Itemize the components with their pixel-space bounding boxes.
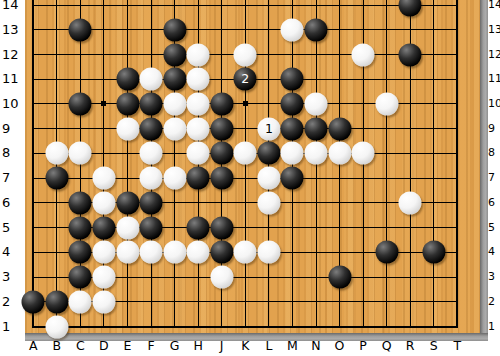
white-stone [163,92,186,115]
column-letter: H [190,338,206,353]
row-number: 10 [2,96,23,111]
black-stone [45,167,68,190]
row-number: 6 [488,196,500,209]
black-stone [210,142,233,165]
black-stone [69,266,92,289]
grid-line-vertical [433,0,434,328]
white-stone [234,142,257,165]
black-stone [422,241,445,264]
white-stone-move-label: 1 [257,117,280,140]
column-letter: O [332,338,348,353]
white-stone [69,290,92,313]
black-stone [140,216,163,239]
black-stone [281,92,304,115]
white-stone [163,117,186,140]
column-letter: Q [379,338,395,353]
white-stone [45,315,68,338]
row-number: 14 [2,0,23,12]
column-letter: C [72,338,88,353]
black-stone [92,216,115,239]
black-stone [210,167,233,190]
white-stone [305,92,328,115]
black-stone [116,68,139,91]
white-stone [328,142,351,165]
grid-line-horizontal [32,128,458,129]
black-stone [187,167,210,190]
white-stone [187,241,210,264]
column-letter: L [261,338,277,353]
white-stone [92,191,115,214]
row-number: 13 [2,22,23,37]
black-stone [163,43,186,66]
row-number: 6 [2,195,23,210]
row-number: 14 [488,0,500,11]
row-number: 5 [2,220,23,235]
black-stone [140,92,163,115]
column-letter: A [25,338,41,353]
white-stone [140,142,163,165]
black-stone [22,290,45,313]
black-stone [116,191,139,214]
black-stone [69,216,92,239]
row-number: 5 [488,221,500,234]
column-letter: T [449,338,465,353]
black-stone [210,216,233,239]
white-stone [140,167,163,190]
white-stone [375,92,398,115]
black-stone [140,117,163,140]
row-number: 12 [488,48,500,61]
black-stone [69,191,92,214]
row-number: 1 [2,319,23,334]
black-stone [281,117,304,140]
white-stone [116,216,139,239]
grid-line-horizontal [32,29,458,30]
white-stone [187,68,210,91]
white-stone [140,241,163,264]
row-number: 7 [488,171,500,184]
grid-line-horizontal [32,326,458,328]
black-stone [163,68,186,91]
row-number: 9 [488,122,500,135]
column-letter: J [214,338,230,353]
column-letter: P [355,338,371,353]
row-number: 2 [2,294,23,309]
column-letter: G [167,338,183,353]
column-letter: K [237,338,253,353]
black-stone [210,241,233,264]
row-number: 9 [2,121,23,136]
row-number: 4 [488,245,500,258]
black-stone [163,18,186,41]
white-stone [187,117,210,140]
black-stone [328,117,351,140]
row-number: 8 [488,146,500,159]
white-stone [234,43,257,66]
white-stone [140,68,163,91]
white-stone [257,191,280,214]
row-number: 10 [488,97,500,110]
black-stone [305,18,328,41]
white-stone [352,43,375,66]
white-stone [116,241,139,264]
white-stone [92,266,115,289]
black-stone [45,290,68,313]
black-stone [140,191,163,214]
black-stone [69,241,92,264]
grid-line-vertical [456,0,458,328]
board-edge-bottom [25,333,488,341]
row-number: 1 [488,320,500,333]
white-stone [116,117,139,140]
white-stone [187,142,210,165]
black-stone [281,167,304,190]
white-stone [92,241,115,264]
white-stone [92,290,115,313]
black-stone-move-label: 2 [234,68,257,91]
white-stone [210,266,233,289]
black-stone [187,216,210,239]
black-stone [305,117,328,140]
white-stone [352,142,375,165]
row-number: 4 [2,244,23,259]
white-stone [305,142,328,165]
black-stone [210,92,233,115]
row-number: 12 [2,47,23,62]
column-letter: M [284,338,300,353]
white-stone [187,92,210,115]
go-game-viewer: 21 1413121110987654321 14131211109876543… [0,0,500,356]
black-stone [210,117,233,140]
black-stone [69,18,92,41]
row-number: 7 [2,170,23,185]
black-stone [399,43,422,66]
column-letter: D [96,338,112,353]
white-stone [257,241,280,264]
white-stone [187,43,210,66]
white-stone [281,18,304,41]
grid-line-vertical [127,0,128,328]
column-letter: F [143,338,159,353]
column-letter: S [426,338,442,353]
row-number: 2 [488,295,500,308]
white-stone [281,142,304,165]
star-point [101,101,106,106]
white-stone [45,142,68,165]
black-stone [257,142,280,165]
board-edge-right [480,0,488,341]
black-stone [69,92,92,115]
grid-line-horizontal [32,5,458,6]
row-number: 11 [2,71,23,86]
white-stone [163,241,186,264]
white-stone [92,167,115,190]
row-number: 3 [488,270,500,283]
black-stone [116,92,139,115]
grid-line-vertical [32,0,34,328]
white-stone [257,167,280,190]
white-stone [69,142,92,165]
row-number: 11 [488,72,500,85]
column-letter: E [120,338,136,353]
column-letter: N [308,338,324,353]
row-number: 13 [488,23,500,36]
column-letter: B [49,338,65,353]
white-stone [163,167,186,190]
black-stone [328,266,351,289]
black-stone [375,241,398,264]
star-point [243,101,248,106]
black-stone [281,68,304,91]
grid-line-vertical [386,0,387,328]
white-stone [399,191,422,214]
row-number: 8 [2,145,23,160]
white-stone [234,241,257,264]
row-number: 3 [2,269,23,284]
column-letter: R [402,338,418,353]
